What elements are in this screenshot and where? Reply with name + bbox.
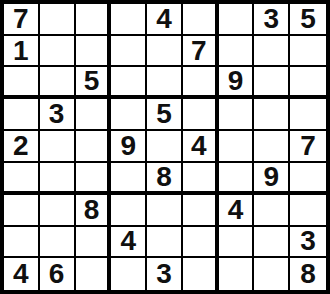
cell-r6c2[interactable] xyxy=(40,163,76,195)
cell-r1c5[interactable]: 4 xyxy=(147,4,183,36)
cell-r8c6[interactable] xyxy=(183,227,219,259)
cell-r4c2[interactable]: 3 xyxy=(40,99,76,131)
cell-r3c9[interactable] xyxy=(290,67,326,99)
cell-r4c7[interactable] xyxy=(219,99,255,131)
cell-r6c9[interactable] xyxy=(290,163,326,195)
cell-r4c1[interactable] xyxy=(4,99,40,131)
cell-r3c2[interactable] xyxy=(40,67,76,99)
cell-r6c3[interactable] xyxy=(76,163,112,195)
cell-r7c6[interactable] xyxy=(183,195,219,227)
cell-r9c9[interactable]: 8 xyxy=(290,258,326,290)
cell-r3c4[interactable] xyxy=(111,67,147,99)
cell-r1c3[interactable] xyxy=(76,4,112,36)
cell-r5c7[interactable] xyxy=(219,131,255,163)
cell-r8c5[interactable] xyxy=(147,227,183,259)
cell-r1c7[interactable] xyxy=(219,4,255,36)
cell-r9c5[interactable]: 3 xyxy=(147,258,183,290)
cell-r9c4[interactable] xyxy=(111,258,147,290)
cell-r1c2[interactable] xyxy=(40,4,76,36)
cell-r1c9[interactable]: 5 xyxy=(290,4,326,36)
cell-r9c1[interactable]: 4 xyxy=(4,258,40,290)
cell-r4c5[interactable]: 5 xyxy=(147,99,183,131)
cell-r7c8[interactable] xyxy=(254,195,290,227)
cell-r5c4[interactable]: 9 xyxy=(111,131,147,163)
cell-r1c1[interactable]: 7 xyxy=(4,4,40,36)
cell-r7c3[interactable]: 8 xyxy=(76,195,112,227)
cell-r5c9[interactable]: 7 xyxy=(290,131,326,163)
cell-r8c4[interactable]: 4 xyxy=(111,227,147,259)
cell-r6c5[interactable]: 8 xyxy=(147,163,183,195)
cell-r3c5[interactable] xyxy=(147,67,183,99)
cell-r1c8[interactable]: 3 xyxy=(254,4,290,36)
cell-r2c6[interactable]: 7 xyxy=(183,36,219,68)
cell-r8c8[interactable] xyxy=(254,227,290,259)
cell-r5c5[interactable] xyxy=(147,131,183,163)
cell-r2c8[interactable] xyxy=(254,36,290,68)
cell-r7c2[interactable] xyxy=(40,195,76,227)
cell-r2c3[interactable] xyxy=(76,36,112,68)
cell-r3c7[interactable]: 9 xyxy=(219,67,255,99)
cell-r3c6[interactable] xyxy=(183,67,219,99)
cell-r6c1[interactable] xyxy=(4,163,40,195)
cell-r9c6[interactable] xyxy=(183,258,219,290)
cell-r4c6[interactable] xyxy=(183,99,219,131)
cell-r2c1[interactable]: 1 xyxy=(4,36,40,68)
cell-r9c3[interactable] xyxy=(76,258,112,290)
cell-r2c2[interactable] xyxy=(40,36,76,68)
cell-r4c9[interactable] xyxy=(290,99,326,131)
cell-r2c7[interactable] xyxy=(219,36,255,68)
cell-r5c1[interactable]: 2 xyxy=(4,131,40,163)
cell-r9c7[interactable] xyxy=(219,258,255,290)
cell-r5c2[interactable] xyxy=(40,131,76,163)
cell-r4c4[interactable] xyxy=(111,99,147,131)
cell-r7c4[interactable] xyxy=(111,195,147,227)
cell-r5c8[interactable] xyxy=(254,131,290,163)
cell-r8c1[interactable] xyxy=(4,227,40,259)
cell-r2c5[interactable] xyxy=(147,36,183,68)
cell-r4c8[interactable] xyxy=(254,99,290,131)
cell-r5c3[interactable] xyxy=(76,131,112,163)
cell-r5c6[interactable]: 4 xyxy=(183,131,219,163)
cell-r9c8[interactable] xyxy=(254,258,290,290)
cell-r9c2[interactable]: 6 xyxy=(40,258,76,290)
cell-r7c5[interactable] xyxy=(147,195,183,227)
cell-r3c8[interactable] xyxy=(254,67,290,99)
cell-r8c9[interactable]: 3 xyxy=(290,227,326,259)
cell-r2c4[interactable] xyxy=(111,36,147,68)
cell-r6c6[interactable] xyxy=(183,163,219,195)
cell-r6c8[interactable]: 9 xyxy=(254,163,290,195)
cell-r7c1[interactable] xyxy=(4,195,40,227)
cell-r3c3[interactable]: 5 xyxy=(76,67,112,99)
cell-r1c6[interactable] xyxy=(183,4,219,36)
cell-r2c9[interactable] xyxy=(290,36,326,68)
cell-r1c4[interactable] xyxy=(111,4,147,36)
cell-r7c7[interactable]: 4 xyxy=(219,195,255,227)
cell-r8c3[interactable] xyxy=(76,227,112,259)
cell-r6c4[interactable] xyxy=(111,163,147,195)
cell-r8c2[interactable] xyxy=(40,227,76,259)
sudoku-board: 743517593529478984434638 xyxy=(0,0,330,294)
cell-r4c3[interactable] xyxy=(76,99,112,131)
cell-r3c1[interactable] xyxy=(4,67,40,99)
cell-r6c7[interactable] xyxy=(219,163,255,195)
cell-r8c7[interactable] xyxy=(219,227,255,259)
cell-r7c9[interactable] xyxy=(290,195,326,227)
